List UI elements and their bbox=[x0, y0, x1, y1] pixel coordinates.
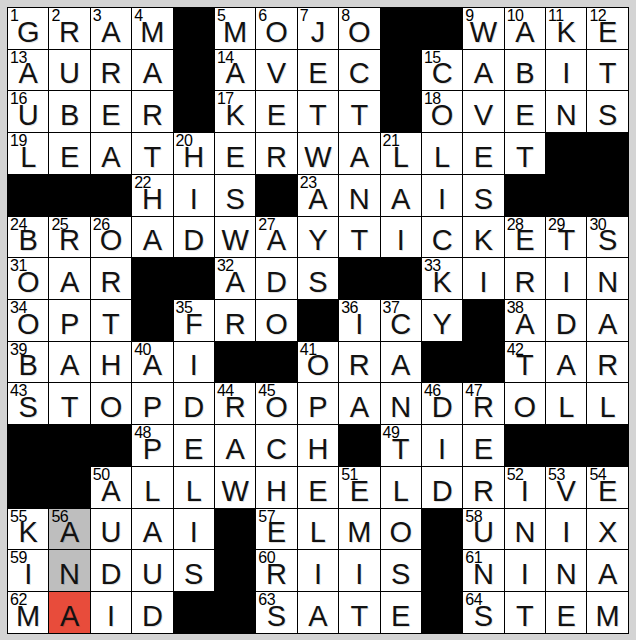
cell-r2c7[interactable]: V bbox=[256, 50, 296, 91]
cell-letter: F bbox=[174, 310, 214, 339]
cell-r15c15[interactable]: M bbox=[587, 592, 627, 633]
cell-r2c1[interactable]: 13A bbox=[8, 50, 48, 91]
cell-letter: T bbox=[298, 101, 338, 130]
cell-letter: T bbox=[505, 143, 545, 172]
cell-letter: E bbox=[505, 101, 545, 130]
cell-r7c2[interactable]: A bbox=[49, 258, 89, 299]
cell-r14c8[interactable]: I bbox=[298, 550, 338, 591]
cell-r7c6[interactable]: 32A bbox=[215, 258, 255, 299]
cell-r8c7[interactable]: O bbox=[256, 300, 296, 341]
cell-r2c12[interactable]: A bbox=[463, 50, 503, 91]
cell-r11c1 bbox=[8, 425, 48, 466]
cell-r7c7[interactable]: D bbox=[256, 258, 296, 299]
cell-r6c3[interactable]: 26O bbox=[91, 217, 131, 258]
cell-r13c4[interactable]: A bbox=[132, 509, 172, 550]
cell-r12c6[interactable]: W bbox=[215, 467, 255, 508]
cell-r11c13 bbox=[505, 425, 545, 466]
cell-r13c5[interactable]: I bbox=[174, 509, 214, 550]
cell-r11c6[interactable]: A bbox=[215, 425, 255, 466]
cell-r9c4[interactable]: 40A bbox=[132, 342, 172, 383]
cell-r15c1[interactable]: 62M bbox=[8, 592, 48, 633]
cell-r6c10[interactable]: I bbox=[381, 217, 421, 258]
cell-letter: A bbox=[256, 226, 296, 255]
cell-r14c9[interactable]: I bbox=[339, 550, 379, 591]
cell-r7c12[interactable]: I bbox=[463, 258, 503, 299]
cell-letter: T bbox=[49, 393, 89, 422]
cell-r14c13[interactable]: I bbox=[505, 550, 545, 591]
cell-r10c2[interactable]: T bbox=[49, 383, 89, 424]
cell-letter: P bbox=[49, 310, 89, 339]
cell-letter: H bbox=[91, 351, 131, 380]
cell-letter: T bbox=[505, 351, 545, 380]
cell-r4c13[interactable]: T bbox=[505, 133, 545, 174]
cell-letter: E bbox=[339, 477, 379, 506]
cell-r1c9[interactable]: 8O bbox=[339, 8, 379, 49]
cell-letter: L bbox=[174, 477, 214, 506]
cell-r8c13[interactable]: 38A bbox=[505, 300, 545, 341]
cell-letter: A bbox=[215, 435, 255, 464]
cell-letter: O bbox=[256, 18, 296, 47]
cell-r13c12[interactable]: 58U bbox=[463, 509, 503, 550]
cell-r10c11[interactable]: 46D bbox=[422, 383, 462, 424]
cell-letter: A bbox=[215, 59, 255, 88]
cell-r8c1[interactable]: 34O bbox=[8, 300, 48, 341]
cell-letter: A bbox=[132, 518, 172, 547]
cell-letter: N bbox=[546, 101, 586, 130]
cell-r5c8[interactable]: 23A bbox=[298, 175, 338, 216]
cell-letter: T bbox=[339, 226, 379, 255]
cell-letter: I bbox=[422, 435, 462, 464]
cell-letter: I bbox=[546, 268, 586, 297]
cell-letter: S bbox=[587, 101, 627, 130]
cell-r14c3[interactable]: D bbox=[91, 550, 131, 591]
cell-r7c8[interactable]: S bbox=[298, 258, 338, 299]
cell-r7c9 bbox=[339, 258, 379, 299]
cell-letter: I bbox=[381, 226, 421, 255]
cell-r3c2[interactable]: B bbox=[49, 91, 89, 132]
cell-letter: T bbox=[132, 143, 172, 172]
cell-r4c1[interactable]: 19L bbox=[8, 133, 48, 174]
cell-r3c8[interactable]: T bbox=[298, 91, 338, 132]
cell-r8c6[interactable]: R bbox=[215, 300, 255, 341]
cell-letter: M bbox=[215, 18, 255, 47]
cell-r10c12[interactable]: 47R bbox=[463, 383, 503, 424]
cell-r13c6 bbox=[215, 509, 255, 550]
cell-r9c2[interactable]: A bbox=[49, 342, 89, 383]
cell-r2c14[interactable]: I bbox=[546, 50, 586, 91]
cell-letter: R bbox=[91, 59, 131, 88]
cell-r6c2[interactable]: 25R bbox=[49, 217, 89, 258]
cell-r1c6[interactable]: 5M bbox=[215, 8, 255, 49]
cell-r15c3[interactable]: I bbox=[91, 592, 131, 633]
cell-r10c10[interactable]: N bbox=[381, 383, 421, 424]
cell-r8c3[interactable]: T bbox=[91, 300, 131, 341]
cell-letter: L bbox=[546, 393, 586, 422]
cell-r3c12[interactable]: V bbox=[463, 91, 503, 132]
cell-r8c2[interactable]: P bbox=[49, 300, 89, 341]
cell-r15c12[interactable]: 64S bbox=[463, 592, 503, 633]
cell-r13c2[interactable]: 56A bbox=[49, 509, 89, 550]
cell-r3c14[interactable]: N bbox=[546, 91, 586, 132]
cell-letter: R bbox=[339, 351, 379, 380]
cell-r13c3[interactable]: U bbox=[91, 509, 131, 550]
cell-r4c11[interactable]: L bbox=[422, 133, 462, 174]
cell-r9c1[interactable]: 39B bbox=[8, 342, 48, 383]
cell-r10c8[interactable]: P bbox=[298, 383, 338, 424]
cell-r1c14[interactable]: 11K bbox=[546, 8, 586, 49]
cell-letter: K bbox=[8, 518, 48, 547]
cell-r12c7[interactable]: H bbox=[256, 467, 296, 508]
cell-r13c15[interactable]: X bbox=[587, 509, 627, 550]
cell-letter: B bbox=[49, 101, 89, 130]
cell-r5c11[interactable]: I bbox=[422, 175, 462, 216]
cell-r1c13[interactable]: 10A bbox=[505, 8, 545, 49]
cell-letter: A bbox=[546, 351, 586, 380]
cell-letter: U bbox=[132, 560, 172, 589]
cell-letter: T bbox=[505, 602, 545, 631]
cell-r15c13[interactable]: T bbox=[505, 592, 545, 633]
cell-r6c7[interactable]: 27A bbox=[256, 217, 296, 258]
cell-r7c10 bbox=[381, 258, 421, 299]
cell-r8c8 bbox=[298, 300, 338, 341]
cell-letter: O bbox=[339, 18, 379, 47]
cell-r4c5[interactable]: 20H bbox=[174, 133, 214, 174]
cell-r2c15[interactable]: T bbox=[587, 50, 627, 91]
cell-r3c11[interactable]: 18O bbox=[422, 91, 462, 132]
cell-letter: T bbox=[381, 435, 421, 464]
cell-letter: E bbox=[381, 602, 421, 631]
cell-letter: A bbox=[132, 59, 172, 88]
cell-letter: A bbox=[132, 226, 172, 255]
cell-r5c1 bbox=[8, 175, 48, 216]
cell-r9c15[interactable]: R bbox=[587, 342, 627, 383]
cell-r9c14[interactable]: A bbox=[546, 342, 586, 383]
cell-letter: U bbox=[49, 59, 89, 88]
cell-r10c4[interactable]: P bbox=[132, 383, 172, 424]
cell-letter: D bbox=[132, 602, 172, 631]
cell-r9c11 bbox=[422, 342, 462, 383]
cell-r3c10 bbox=[381, 91, 421, 132]
cell-r10c14[interactable]: L bbox=[546, 383, 586, 424]
cell-r1c8[interactable]: 7J bbox=[298, 8, 338, 49]
cell-letter: A bbox=[505, 18, 545, 47]
cell-r14c12[interactable]: 61N bbox=[463, 550, 503, 591]
cell-r14c15[interactable]: A bbox=[587, 550, 627, 591]
cell-letter: K bbox=[463, 226, 503, 255]
cell-letter: I bbox=[339, 560, 379, 589]
cell-r12c3[interactable]: 50A bbox=[91, 467, 131, 508]
cell-letter: I bbox=[91, 602, 131, 631]
cell-r12c15[interactable]: 54E bbox=[587, 467, 627, 508]
cell-r9c5[interactable]: I bbox=[174, 342, 214, 383]
cell-r14c2[interactable]: N bbox=[49, 550, 89, 591]
cell-r10c1[interactable]: 43S bbox=[8, 383, 48, 424]
cell-letter: R bbox=[505, 268, 545, 297]
cell-r10c7[interactable]: 45O bbox=[256, 383, 296, 424]
cell-r8c10[interactable]: 37C bbox=[381, 300, 421, 341]
cell-r12c11[interactable]: D bbox=[422, 467, 462, 508]
cell-r12c10[interactable]: L bbox=[381, 467, 421, 508]
cell-r4c14 bbox=[546, 133, 586, 174]
cell-letter: C bbox=[422, 59, 462, 88]
cell-letter: O bbox=[505, 393, 545, 422]
cell-letter: N bbox=[505, 518, 545, 547]
cell-r6c14[interactable]: 29T bbox=[546, 217, 586, 258]
cell-r5c7 bbox=[256, 175, 296, 216]
cell-r6c11[interactable]: C bbox=[422, 217, 462, 258]
cell-r5c5[interactable]: I bbox=[174, 175, 214, 216]
cell-letter: A bbox=[381, 351, 421, 380]
cell-r6c13[interactable]: 28E bbox=[505, 217, 545, 258]
cell-r9c9[interactable]: R bbox=[339, 342, 379, 383]
cell-letter: I bbox=[422, 185, 462, 214]
cell-letter: L bbox=[132, 477, 172, 506]
cell-letter: U bbox=[91, 518, 131, 547]
cell-r4c6[interactable]: E bbox=[215, 133, 255, 174]
cell-r3c6[interactable]: 17K bbox=[215, 91, 255, 132]
cell-r13c14[interactable]: I bbox=[546, 509, 586, 550]
cell-r2c3[interactable]: R bbox=[91, 50, 131, 91]
cell-r5c10[interactable]: A bbox=[381, 175, 421, 216]
cell-r15c8[interactable]: A bbox=[298, 592, 338, 633]
cell-r6c5[interactable]: D bbox=[174, 217, 214, 258]
cell-r3c1[interactable]: 16U bbox=[8, 91, 48, 132]
cell-letter: A bbox=[91, 143, 131, 172]
cell-letter: B bbox=[8, 351, 48, 380]
cell-r13c10[interactable]: O bbox=[381, 509, 421, 550]
cell-r1c15[interactable]: 12E bbox=[587, 8, 627, 49]
cell-r5c6[interactable]: S bbox=[215, 175, 255, 216]
cell-letter: A bbox=[505, 310, 545, 339]
cell-letter: S bbox=[381, 560, 421, 589]
cell-r7c15[interactable]: N bbox=[587, 258, 627, 299]
cell-r8c12 bbox=[463, 300, 503, 341]
cell-r12c2 bbox=[49, 467, 89, 508]
cell-letter: T bbox=[546, 226, 586, 255]
cell-r4c3[interactable]: A bbox=[91, 133, 131, 174]
cell-r10c5[interactable]: D bbox=[174, 383, 214, 424]
cell-r9c10[interactable]: A bbox=[381, 342, 421, 383]
cell-letter: I bbox=[505, 560, 545, 589]
cell-r1c11 bbox=[422, 8, 462, 49]
cell-r10c3[interactable]: O bbox=[91, 383, 131, 424]
cell-r15c10[interactable]: E bbox=[381, 592, 421, 633]
cell-letter: O bbox=[381, 518, 421, 547]
cell-r3c13[interactable]: E bbox=[505, 91, 545, 132]
cell-r12c14[interactable]: 53V bbox=[546, 467, 586, 508]
cell-r12c4[interactable]: L bbox=[132, 467, 172, 508]
cell-r8c15[interactable]: A bbox=[587, 300, 627, 341]
cell-r2c10 bbox=[381, 50, 421, 91]
cell-r3c15[interactable]: S bbox=[587, 91, 627, 132]
cell-letter: Y bbox=[422, 310, 462, 339]
cell-letter: I bbox=[546, 59, 586, 88]
cell-r4c2[interactable]: E bbox=[49, 133, 89, 174]
cell-letter: I bbox=[339, 310, 379, 339]
cell-r6c8[interactable]: Y bbox=[298, 217, 338, 258]
cell-r1c1[interactable]: 1G bbox=[8, 8, 48, 49]
cell-letter: A bbox=[463, 59, 503, 88]
cell-r9c12 bbox=[463, 342, 503, 383]
cell-r8c5[interactable]: 35F bbox=[174, 300, 214, 341]
cell-r9c13[interactable]: 42T bbox=[505, 342, 545, 383]
cell-letter: A bbox=[49, 518, 89, 547]
cell-r8c9[interactable]: 36I bbox=[339, 300, 379, 341]
cell-r4c9[interactable]: A bbox=[339, 133, 379, 174]
cell-r6c12[interactable]: K bbox=[463, 217, 503, 258]
cell-r1c4[interactable]: 4M bbox=[132, 8, 172, 49]
cell-r3c7[interactable]: E bbox=[256, 91, 296, 132]
cell-r5c3 bbox=[91, 175, 131, 216]
cell-r15c4[interactable]: D bbox=[132, 592, 172, 633]
cell-r2c9[interactable]: C bbox=[339, 50, 379, 91]
cell-letter: M bbox=[587, 602, 627, 631]
cell-letter: O bbox=[91, 393, 131, 422]
cell-letter: H bbox=[132, 185, 172, 214]
cell-r12c13[interactable]: 52I bbox=[505, 467, 545, 508]
cell-letter: B bbox=[505, 59, 545, 88]
cell-r6c9[interactable]: T bbox=[339, 217, 379, 258]
cell-r12c9[interactable]: 51E bbox=[339, 467, 379, 508]
cell-letter: N bbox=[49, 560, 89, 589]
cell-r2c6[interactable]: 14A bbox=[215, 50, 255, 91]
cell-letter: U bbox=[8, 101, 48, 130]
cell-r5c14 bbox=[546, 175, 586, 216]
cell-r4c8[interactable]: W bbox=[298, 133, 338, 174]
cell-r11c7[interactable]: C bbox=[256, 425, 296, 466]
cell-r7c13[interactable]: R bbox=[505, 258, 545, 299]
cell-letter: O bbox=[422, 101, 462, 130]
cell-letter: E bbox=[463, 143, 503, 172]
cell-r11c12[interactable]: E bbox=[463, 425, 503, 466]
cell-r15c14[interactable]: E bbox=[546, 592, 586, 633]
cell-r5c4[interactable]: 22H bbox=[132, 175, 172, 216]
cell-r6c15[interactable]: 30S bbox=[587, 217, 627, 258]
cell-r10c15[interactable]: L bbox=[587, 383, 627, 424]
cell-r8c11[interactable]: Y bbox=[422, 300, 462, 341]
cell-r5c12[interactable]: S bbox=[463, 175, 503, 216]
cell-letter: O bbox=[91, 226, 131, 255]
cell-r11c5[interactable]: E bbox=[174, 425, 214, 466]
cell-r1c3[interactable]: 3A bbox=[91, 8, 131, 49]
cell-r6c4[interactable]: A bbox=[132, 217, 172, 258]
cell-letter: S bbox=[215, 185, 255, 214]
cell-letter: O bbox=[8, 268, 48, 297]
cell-letter: N bbox=[463, 560, 503, 589]
cell-r11c9 bbox=[339, 425, 379, 466]
cell-letter: E bbox=[91, 101, 131, 130]
cell-letter: O bbox=[298, 351, 338, 380]
cell-r13c7[interactable]: 57E bbox=[256, 509, 296, 550]
cell-r14c14[interactable]: N bbox=[546, 550, 586, 591]
cell-r6c1[interactable]: 24B bbox=[8, 217, 48, 258]
cell-r13c8[interactable]: L bbox=[298, 509, 338, 550]
cell-r11c4[interactable]: 48P bbox=[132, 425, 172, 466]
cell-r9c3[interactable]: H bbox=[91, 342, 131, 383]
cell-r4c12[interactable]: E bbox=[463, 133, 503, 174]
cell-letter: E bbox=[587, 477, 627, 506]
cell-letter: O bbox=[256, 310, 296, 339]
cell-r4c10[interactable]: 21L bbox=[381, 133, 421, 174]
cell-r14c7[interactable]: 60R bbox=[256, 550, 296, 591]
cell-r15c9[interactable]: T bbox=[339, 592, 379, 633]
cell-r14c5[interactable]: S bbox=[174, 550, 214, 591]
cell-r2c13[interactable]: B bbox=[505, 50, 545, 91]
cell-letter: I bbox=[174, 518, 214, 547]
cell-r7c14[interactable]: I bbox=[546, 258, 586, 299]
cell-r10c9[interactable]: A bbox=[339, 383, 379, 424]
cell-r15c6 bbox=[215, 592, 255, 633]
cell-r3c9[interactable]: T bbox=[339, 91, 379, 132]
cell-r2c4[interactable]: A bbox=[132, 50, 172, 91]
cell-r9c8[interactable]: 41O bbox=[298, 342, 338, 383]
cell-r12c12[interactable]: R bbox=[463, 467, 503, 508]
cell-r3c3[interactable]: E bbox=[91, 91, 131, 132]
cell-letter: H bbox=[256, 477, 296, 506]
cell-r14c1[interactable]: 59I bbox=[8, 550, 48, 591]
cell-r2c8[interactable]: E bbox=[298, 50, 338, 91]
cell-r7c3[interactable]: R bbox=[91, 258, 131, 299]
cell-letter: D bbox=[174, 226, 214, 255]
cell-r13c13[interactable]: N bbox=[505, 509, 545, 550]
cell-letter: W bbox=[298, 143, 338, 172]
cell-r11c11[interactable]: I bbox=[422, 425, 462, 466]
cell-letter: X bbox=[587, 518, 627, 547]
cell-letter: E bbox=[215, 143, 255, 172]
cell-r10c13[interactable]: O bbox=[505, 383, 545, 424]
cell-letter: E bbox=[256, 518, 296, 547]
cell-letter: R bbox=[215, 310, 255, 339]
cell-r11c10[interactable]: 49T bbox=[381, 425, 421, 466]
cell-r14c4[interactable]: U bbox=[132, 550, 172, 591]
cell-r3c4[interactable]: R bbox=[132, 91, 172, 132]
cell-r10c6[interactable]: 44R bbox=[215, 383, 255, 424]
cell-r14c10[interactable]: S bbox=[381, 550, 421, 591]
cell-r15c2[interactable]: A bbox=[49, 592, 89, 633]
cell-r7c1[interactable]: 31O bbox=[8, 258, 48, 299]
cell-letter: R bbox=[463, 477, 503, 506]
cell-letter: S bbox=[587, 226, 627, 255]
cell-r13c1[interactable]: 55K bbox=[8, 509, 48, 550]
cell-r8c14[interactable]: D bbox=[546, 300, 586, 341]
cell-letter: D bbox=[546, 310, 586, 339]
cell-letter: R bbox=[49, 226, 89, 255]
cell-r12c8[interactable]: E bbox=[298, 467, 338, 508]
cell-letter: O bbox=[256, 393, 296, 422]
cell-letter: P bbox=[132, 393, 172, 422]
cell-r14c6 bbox=[215, 550, 255, 591]
cell-r12c5[interactable]: L bbox=[174, 467, 214, 508]
cell-r7c11[interactable]: 33K bbox=[422, 258, 462, 299]
cell-letter: T bbox=[339, 602, 379, 631]
cell-r11c8[interactable]: H bbox=[298, 425, 338, 466]
cell-letter: L bbox=[422, 143, 462, 172]
cell-r4c4[interactable]: T bbox=[132, 133, 172, 174]
cell-r2c11[interactable]: 15C bbox=[422, 50, 462, 91]
cell-letter: W bbox=[215, 477, 255, 506]
cell-r6c6[interactable]: W bbox=[215, 217, 255, 258]
cell-r13c9[interactable]: M bbox=[339, 509, 379, 550]
cell-r4c7[interactable]: R bbox=[256, 133, 296, 174]
cell-letter: S bbox=[463, 602, 503, 631]
cell-r5c9[interactable]: N bbox=[339, 175, 379, 216]
cell-r2c2[interactable]: U bbox=[49, 50, 89, 91]
cell-r1c12[interactable]: 9W bbox=[463, 8, 503, 49]
cell-r1c7[interactable]: 6O bbox=[256, 8, 296, 49]
cell-letter: T bbox=[91, 310, 131, 339]
cell-r15c7[interactable]: 63S bbox=[256, 592, 296, 633]
cell-r1c2[interactable]: 2R bbox=[49, 8, 89, 49]
